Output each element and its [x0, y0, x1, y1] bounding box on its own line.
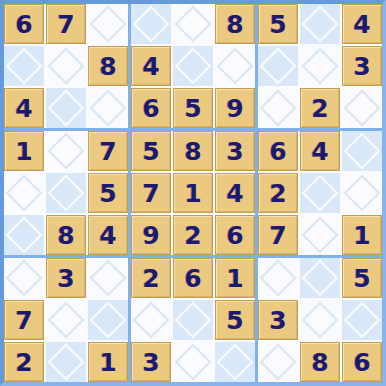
cell-r6c3: 4 [88, 215, 128, 255]
cell-r5c3: 5 [88, 173, 128, 213]
box-1-3: 5432 [258, 4, 382, 128]
digit: 1 [226, 266, 243, 291]
diamond-icon [344, 90, 381, 127]
cell-r6c2: 8 [46, 215, 86, 255]
digit: 2 [184, 223, 201, 248]
digit: 6 [142, 96, 159, 121]
cell-r2c9: 3 [342, 46, 382, 86]
digit: 6 [269, 139, 286, 164]
cell-r6c4: 9 [131, 215, 171, 255]
cell-r4c3: 7 [88, 131, 128, 171]
box-3-3: 5386 [258, 258, 382, 382]
diamond-icon [48, 344, 85, 381]
cell-r7c1[interactable] [4, 258, 44, 298]
cell-r2c4: 4 [131, 46, 171, 86]
cell-r5c9[interactable] [342, 173, 382, 213]
cell-r8c7: 3 [258, 300, 298, 340]
cell-r9c4: 3 [131, 342, 171, 382]
digit: 5 [226, 308, 243, 333]
cell-r2c5[interactable] [173, 46, 213, 86]
cell-r4c8: 4 [300, 131, 340, 171]
diamond-icon [133, 302, 170, 339]
cell-r8c6: 5 [215, 300, 255, 340]
digit: 4 [142, 54, 159, 79]
diamond-icon [344, 175, 381, 212]
cell-r9c9: 6 [342, 342, 382, 382]
cell-r5c7: 2 [258, 173, 298, 213]
cell-r9c1: 2 [4, 342, 44, 382]
diamond-icon [48, 133, 85, 170]
digit: 2 [269, 181, 286, 206]
cell-r4c4: 5 [131, 131, 171, 171]
cell-r5c1[interactable] [4, 173, 44, 213]
diamond-icon [302, 48, 339, 85]
digit: 3 [353, 54, 370, 79]
cell-r1c1: 6 [4, 4, 44, 44]
sudoku-board: 6784846595432175845837149266427137212615… [0, 0, 386, 386]
digit: 1 [353, 223, 370, 248]
cell-r3c9[interactable] [342, 88, 382, 128]
cell-r4c6: 3 [215, 131, 255, 171]
digit: 5 [184, 96, 201, 121]
cell-r2c1[interactable] [4, 46, 44, 86]
diamond-icon [260, 90, 297, 127]
cell-r3c2[interactable] [46, 88, 86, 128]
box-2-2: 583714926 [131, 131, 255, 255]
diamond-icon [260, 260, 297, 297]
cell-r5c5: 1 [173, 173, 213, 213]
diamond-icon [90, 302, 127, 339]
box-2-1: 17584 [4, 131, 128, 255]
digit: 3 [226, 139, 243, 164]
cell-r4c7: 6 [258, 131, 298, 171]
digit: 1 [99, 350, 116, 375]
cell-r7c7[interactable] [258, 258, 298, 298]
diamond-icon [6, 217, 43, 254]
digit: 7 [15, 308, 32, 333]
diamond-icon [175, 48, 212, 85]
digit: 4 [353, 12, 370, 37]
cell-r9c8: 8 [300, 342, 340, 382]
box-1-2: 84659 [131, 4, 255, 128]
digit: 5 [99, 181, 116, 206]
cell-r3c3[interactable] [88, 88, 128, 128]
digit: 4 [15, 96, 32, 121]
cell-r6c6: 6 [215, 215, 255, 255]
cell-r6c9: 1 [342, 215, 382, 255]
cell-r5c6: 4 [215, 173, 255, 213]
digit: 6 [226, 223, 243, 248]
digit: 2 [15, 350, 32, 375]
cell-r9c3: 1 [88, 342, 128, 382]
cell-r8c9[interactable] [342, 300, 382, 340]
digit: 3 [142, 350, 159, 375]
cell-r3c1: 4 [4, 88, 44, 128]
digit: 8 [57, 223, 74, 248]
cell-r4c1: 1 [4, 131, 44, 171]
digit: 4 [99, 223, 116, 248]
digit: 4 [311, 139, 328, 164]
cell-r1c8[interactable] [300, 4, 340, 44]
cell-r8c4[interactable] [131, 300, 171, 340]
diamond-icon [6, 260, 43, 297]
diamond-icon [217, 344, 254, 381]
cell-r7c9: 5 [342, 258, 382, 298]
diamond-icon [6, 48, 43, 85]
diamond-icon [260, 344, 297, 381]
cell-r2c2[interactable] [46, 46, 86, 86]
digit: 8 [226, 12, 243, 37]
diamond-icon [302, 260, 339, 297]
diamond-icon [302, 6, 339, 43]
cell-r9c2[interactable] [46, 342, 86, 382]
cell-r1c3[interactable] [88, 4, 128, 44]
digit: 2 [142, 266, 159, 291]
cell-r2c7[interactable] [258, 46, 298, 86]
cell-r6c1[interactable] [4, 215, 44, 255]
digit: 9 [142, 223, 159, 248]
cell-r8c2[interactable] [46, 300, 86, 340]
digit: 6 [353, 350, 370, 375]
cell-r8c1: 7 [4, 300, 44, 340]
cell-r9c6[interactable] [215, 342, 255, 382]
diamond-icon [344, 302, 381, 339]
cell-r6c7: 7 [258, 215, 298, 255]
diamond-icon [302, 217, 339, 254]
cell-r2c8[interactable] [300, 46, 340, 86]
box-1-1: 6784 [4, 4, 128, 128]
diamond-icon [48, 302, 85, 339]
cell-r3c4: 6 [131, 88, 171, 128]
cell-r7c4: 2 [131, 258, 171, 298]
digit: 5 [353, 266, 370, 291]
cell-r9c7[interactable] [258, 342, 298, 382]
box-2-3: 64271 [258, 131, 382, 255]
digit: 1 [15, 139, 32, 164]
digit: 4 [226, 181, 243, 206]
box-3-1: 3721 [4, 258, 128, 382]
diamond-icon [90, 6, 127, 43]
digit: 3 [269, 308, 286, 333]
cell-r1c9: 4 [342, 4, 382, 44]
cell-r5c8[interactable] [300, 173, 340, 213]
digit: 3 [57, 266, 74, 291]
diamond-icon [175, 344, 212, 381]
diamond-icon [302, 175, 339, 212]
cell-r7c3[interactable] [88, 258, 128, 298]
cell-r3c6: 9 [215, 88, 255, 128]
cell-r4c5: 8 [173, 131, 213, 171]
diamond-icon [48, 48, 85, 85]
diamond-icon [344, 133, 381, 170]
digit: 7 [57, 12, 74, 37]
digit: 6 [184, 266, 201, 291]
cell-r5c2[interactable] [46, 173, 86, 213]
diamond-icon [175, 6, 212, 43]
digit: 7 [142, 181, 159, 206]
cell-r8c5[interactable] [173, 300, 213, 340]
cell-r1c5[interactable] [173, 4, 213, 44]
diamond-icon [90, 90, 127, 127]
cell-r1c4[interactable] [131, 4, 171, 44]
cell-r7c2: 3 [46, 258, 86, 298]
cell-r6c5: 2 [173, 215, 213, 255]
diamond-icon [48, 90, 85, 127]
diamond-icon [133, 6, 170, 43]
digit: 5 [269, 12, 286, 37]
digit: 1 [184, 181, 201, 206]
cell-r2c3: 8 [88, 46, 128, 86]
cell-r7c8[interactable] [300, 258, 340, 298]
cell-r3c7[interactable] [258, 88, 298, 128]
digit: 9 [226, 96, 243, 121]
diamond-icon [90, 260, 127, 297]
cell-r9c5[interactable] [173, 342, 213, 382]
digit: 7 [99, 139, 116, 164]
digit: 2 [311, 96, 328, 121]
cell-r4c2[interactable] [46, 131, 86, 171]
cell-r6c8[interactable] [300, 215, 340, 255]
cell-r4c9[interactable] [342, 131, 382, 171]
cell-r7c5: 6 [173, 258, 213, 298]
box-3-2: 26153 [131, 258, 255, 382]
diamond-icon [6, 175, 43, 212]
cell-r7c6: 1 [215, 258, 255, 298]
digit: 5 [142, 139, 159, 164]
diamond-icon [217, 48, 254, 85]
cell-r8c3[interactable] [88, 300, 128, 340]
digit: 7 [269, 223, 286, 248]
digit: 8 [184, 139, 201, 164]
cell-r3c5: 5 [173, 88, 213, 128]
cell-r3c8: 2 [300, 88, 340, 128]
diamond-icon [175, 302, 212, 339]
diamond-icon [260, 48, 297, 85]
cell-r8c8[interactable] [300, 300, 340, 340]
cell-r1c7: 5 [258, 4, 298, 44]
digit: 8 [99, 54, 116, 79]
cell-r2c6[interactable] [215, 46, 255, 86]
cell-r1c2: 7 [46, 4, 86, 44]
diamond-icon [302, 302, 339, 339]
digit: 6 [15, 12, 32, 37]
cell-r1c6: 8 [215, 4, 255, 44]
digit: 8 [311, 350, 328, 375]
cell-r5c4: 7 [131, 173, 171, 213]
diamond-icon [48, 175, 85, 212]
